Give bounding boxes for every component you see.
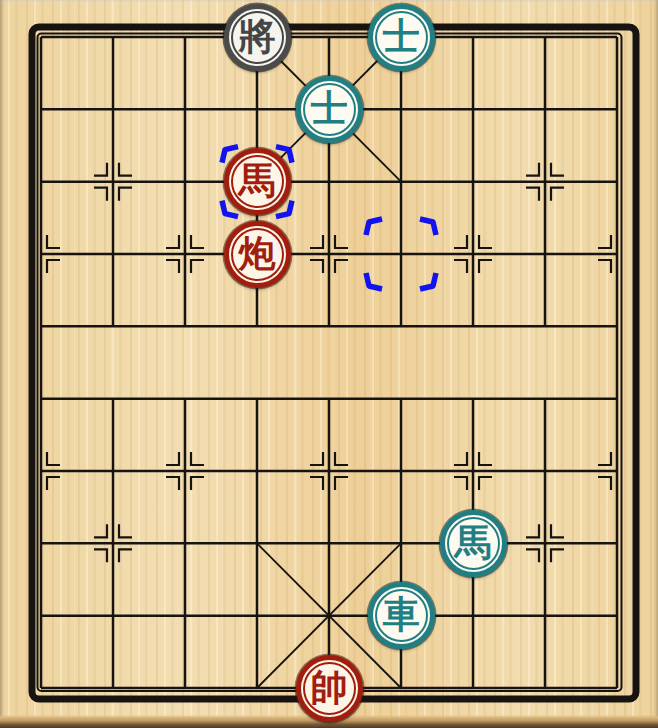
piece-glyph: 士 bbox=[311, 90, 348, 127]
pieces-layer: 將士士馬炮馬車帥 bbox=[5, 1, 653, 724]
piece-glyph: 車 bbox=[383, 596, 420, 633]
piece-red-horse[interactable]: 馬 bbox=[224, 148, 291, 215]
piece-black-general[interactable]: 將 bbox=[224, 4, 291, 71]
piece-glyph: 馬 bbox=[455, 524, 492, 561]
xiangqi-app: 將士士馬炮馬車帥 bbox=[0, 0, 658, 728]
piece-red-general[interactable]: 帥 bbox=[296, 655, 363, 722]
piece-glyph: 炮 bbox=[239, 235, 276, 272]
piece-black-advisor-2[interactable]: 士 bbox=[296, 76, 363, 143]
piece-glyph: 將 bbox=[239, 18, 276, 55]
piece-black-advisor-1[interactable]: 士 bbox=[368, 4, 435, 71]
piece-glyph: 士 bbox=[383, 18, 420, 55]
piece-red-cannon[interactable]: 炮 bbox=[224, 221, 291, 288]
piece-black-chariot[interactable]: 車 bbox=[368, 582, 435, 649]
piece-glyph: 帥 bbox=[311, 669, 348, 706]
piece-black-horse[interactable]: 馬 bbox=[440, 510, 507, 577]
piece-glyph: 馬 bbox=[239, 162, 276, 199]
